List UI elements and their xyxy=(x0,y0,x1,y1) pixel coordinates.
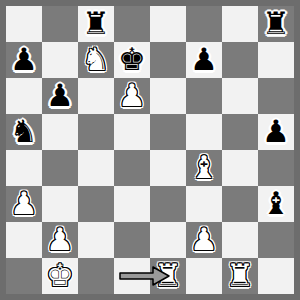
square-e4[interactable] xyxy=(150,150,186,186)
square-e5[interactable] xyxy=(150,114,186,150)
square-f1[interactable] xyxy=(186,258,222,294)
square-f7[interactable]: ♟ xyxy=(186,42,222,78)
square-b6[interactable]: ♟ xyxy=(42,78,78,114)
square-g6[interactable] xyxy=(222,78,258,114)
square-b3[interactable] xyxy=(42,186,78,222)
white-rook: ♜ xyxy=(222,258,258,294)
square-h3[interactable]: ♝ xyxy=(258,186,294,222)
square-d7[interactable]: ♚ xyxy=(114,42,150,78)
square-g2[interactable] xyxy=(222,222,258,258)
square-d6[interactable]: ♟ xyxy=(114,78,150,114)
black-king: ♚ xyxy=(114,42,150,78)
square-b7[interactable] xyxy=(42,42,78,78)
black-pawn: ♟ xyxy=(6,42,42,78)
square-e7[interactable] xyxy=(150,42,186,78)
white-knight: ♞ xyxy=(78,42,114,78)
square-g7[interactable] xyxy=(222,42,258,78)
square-d2[interactable] xyxy=(114,222,150,258)
square-d1[interactable] xyxy=(114,258,150,294)
square-e1[interactable]: ♜ xyxy=(150,258,186,294)
white-pawn: ♟ xyxy=(186,222,222,258)
square-a7[interactable]: ♟ xyxy=(6,42,42,78)
chess-board: ♜♜♟♞♚♟♟♟♞♟♝♟♝♟♟♚♜♜ xyxy=(6,6,294,294)
black-pawn: ♟ xyxy=(42,78,78,114)
square-c7[interactable]: ♞ xyxy=(78,42,114,78)
square-f4[interactable]: ♝ xyxy=(186,150,222,186)
square-e2[interactable] xyxy=(150,222,186,258)
square-a1[interactable] xyxy=(6,258,42,294)
square-b2[interactable]: ♟ xyxy=(42,222,78,258)
white-pawn: ♟ xyxy=(114,78,150,114)
square-a2[interactable] xyxy=(6,222,42,258)
square-a5[interactable]: ♞ xyxy=(6,114,42,150)
black-bishop: ♝ xyxy=(258,186,294,222)
square-d4[interactable] xyxy=(114,150,150,186)
black-rook: ♜ xyxy=(78,6,114,42)
white-king: ♚ xyxy=(42,258,78,294)
square-f8[interactable] xyxy=(186,6,222,42)
square-a8[interactable] xyxy=(6,6,42,42)
square-c5[interactable] xyxy=(78,114,114,150)
square-e3[interactable] xyxy=(150,186,186,222)
square-h7[interactable] xyxy=(258,42,294,78)
square-c3[interactable] xyxy=(78,186,114,222)
square-g3[interactable] xyxy=(222,186,258,222)
square-g4[interactable] xyxy=(222,150,258,186)
square-h6[interactable] xyxy=(258,78,294,114)
square-h2[interactable] xyxy=(258,222,294,258)
black-pawn: ♟ xyxy=(258,114,294,150)
black-knight: ♞ xyxy=(6,114,42,150)
square-h1[interactable] xyxy=(258,258,294,294)
square-c6[interactable] xyxy=(78,78,114,114)
square-c2[interactable] xyxy=(78,222,114,258)
square-b5[interactable] xyxy=(42,114,78,150)
square-a3[interactable]: ♟ xyxy=(6,186,42,222)
square-e8[interactable] xyxy=(150,6,186,42)
white-rook: ♜ xyxy=(150,258,186,294)
chess-diagram: ♜♜♟♞♚♟♟♟♞♟♝♟♝♟♟♚♜♜ xyxy=(0,0,300,300)
square-g8[interactable] xyxy=(222,6,258,42)
white-pawn: ♟ xyxy=(6,186,42,222)
square-a4[interactable] xyxy=(6,150,42,186)
square-f6[interactable] xyxy=(186,78,222,114)
square-b4[interactable] xyxy=(42,150,78,186)
square-h4[interactable] xyxy=(258,150,294,186)
square-c1[interactable] xyxy=(78,258,114,294)
square-a6[interactable] xyxy=(6,78,42,114)
square-f2[interactable]: ♟ xyxy=(186,222,222,258)
square-b1[interactable]: ♚ xyxy=(42,258,78,294)
square-d8[interactable] xyxy=(114,6,150,42)
black-rook: ♜ xyxy=(258,6,294,42)
white-pawn: ♟ xyxy=(42,222,78,258)
square-b8[interactable] xyxy=(42,6,78,42)
white-bishop: ♝ xyxy=(186,150,222,186)
square-g1[interactable]: ♜ xyxy=(222,258,258,294)
square-d5[interactable] xyxy=(114,114,150,150)
square-f3[interactable] xyxy=(186,186,222,222)
square-c8[interactable]: ♜ xyxy=(78,6,114,42)
square-c4[interactable] xyxy=(78,150,114,186)
square-h8[interactable]: ♜ xyxy=(258,6,294,42)
square-d3[interactable] xyxy=(114,186,150,222)
black-pawn: ♟ xyxy=(186,42,222,78)
square-h5[interactable]: ♟ xyxy=(258,114,294,150)
square-f5[interactable] xyxy=(186,114,222,150)
square-e6[interactable] xyxy=(150,78,186,114)
square-g5[interactable] xyxy=(222,114,258,150)
